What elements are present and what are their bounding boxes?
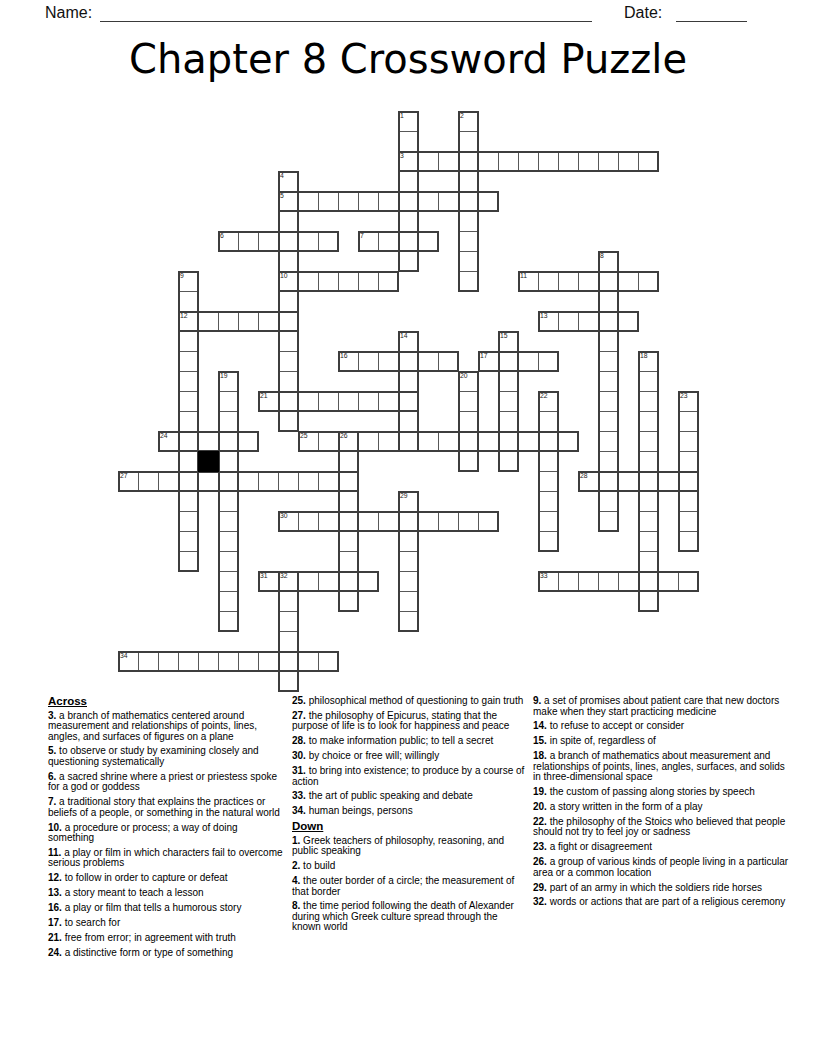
grid-cell[interactable]: [218, 411, 239, 432]
grid-cell[interactable]: [318, 571, 339, 592]
crossword-grid: 3567101112131617212425262728303132333412…: [118, 111, 699, 692]
grid-cell[interactable]: [198, 431, 219, 452]
grid-cell[interactable]: [238, 431, 259, 452]
grid-cell[interactable]: [318, 651, 339, 672]
grid-cell[interactable]: [278, 231, 299, 252]
grid-cell[interactable]: [398, 371, 419, 392]
grid-cell[interactable]: [638, 571, 659, 592]
grid-cell[interactable]: [398, 531, 419, 552]
grid-cell[interactable]: [638, 391, 659, 412]
grid-cell[interactable]: [258, 231, 279, 252]
grid-cell[interactable]: [218, 471, 239, 492]
name-label: Name:: [45, 4, 92, 22]
grid-cell[interactable]: [438, 511, 459, 532]
grid-cell[interactable]: [558, 431, 579, 452]
cell-number: 7: [360, 232, 364, 240]
grid-cell[interactable]: [398, 611, 419, 632]
grid-cell[interactable]: [598, 391, 619, 412]
grid-cell[interactable]: [178, 651, 199, 672]
grid-cell[interactable]: [378, 351, 399, 372]
grid-cell[interactable]: [518, 151, 539, 172]
grid-cell[interactable]: [398, 191, 419, 212]
grid-cell[interactable]: [418, 431, 439, 452]
clue-text: the philosophy of Epicurus, stating that…: [292, 710, 509, 732]
grid-cell[interactable]: [358, 391, 379, 412]
grid-cell[interactable]: [298, 271, 319, 292]
grid-cell[interactable]: [218, 591, 239, 612]
cell-number: 12: [180, 312, 188, 320]
grid-cell[interactable]: [338, 571, 359, 592]
date-input-line[interactable]: [676, 3, 747, 22]
grid-cell[interactable]: [218, 391, 239, 412]
grid-cell[interactable]: [318, 511, 339, 532]
grid-cell[interactable]: [338, 391, 359, 412]
grid-cell[interactable]: [538, 491, 559, 512]
grid-cell[interactable]: [198, 651, 219, 672]
grid-cell[interactable]: 7: [358, 231, 379, 252]
grid-cell[interactable]: [678, 511, 699, 532]
grid-cell[interactable]: [398, 171, 419, 192]
grid-cell[interactable]: [218, 451, 239, 472]
grid-cell[interactable]: [598, 571, 619, 592]
grid-cell[interactable]: [498, 371, 519, 392]
grid-cell[interactable]: 24: [158, 431, 179, 452]
grid-cell[interactable]: [458, 431, 479, 452]
grid-cell[interactable]: [678, 531, 699, 552]
clue-number-label: 15.: [533, 735, 547, 746]
grid-cell[interactable]: [458, 231, 479, 252]
grid-cell[interactable]: [418, 151, 439, 172]
grid-cell[interactable]: [318, 271, 339, 292]
clue-number-label: 24.: [48, 947, 62, 958]
grid-cell[interactable]: [338, 191, 359, 212]
grid-cell[interactable]: 16: [338, 351, 359, 372]
grid-cell[interactable]: [398, 571, 419, 592]
clue-down-19: 19. the custom of passing along stories …: [533, 787, 791, 798]
grid-cell[interactable]: [378, 231, 399, 252]
grid-cell[interactable]: 19: [218, 371, 239, 392]
grid-cell[interactable]: 2: [458, 111, 479, 132]
grid-cell[interactable]: [298, 391, 319, 412]
grid-cell[interactable]: [618, 311, 639, 332]
grid-cell[interactable]: [278, 311, 299, 332]
grid-cell[interactable]: [138, 651, 159, 672]
clue-text: a distinctive form or type of something: [62, 947, 233, 958]
grid-cell[interactable]: [178, 351, 199, 372]
grid-cell[interactable]: [398, 131, 419, 152]
grid-cell[interactable]: [598, 451, 619, 472]
grid-cell[interactable]: [398, 351, 419, 372]
grid-cell[interactable]: [378, 431, 399, 452]
grid-cell[interactable]: 15: [498, 331, 519, 352]
clue-column-2: 25. philosophical method of questioning …: [292, 696, 527, 937]
grid-cell[interactable]: [278, 671, 299, 692]
clue-number-label: 11.: [48, 847, 61, 858]
grid-cell[interactable]: [178, 531, 199, 552]
grid-cell[interactable]: [638, 151, 659, 172]
clue-down-8: 8. the time period following the death o…: [292, 901, 527, 933]
grid-cell[interactable]: [338, 491, 359, 512]
grid-cell[interactable]: [338, 551, 359, 572]
grid-cell[interactable]: [458, 271, 479, 292]
grid-cell[interactable]: [178, 471, 199, 492]
grid-cell[interactable]: [358, 571, 379, 592]
grid-cell[interactable]: [278, 351, 299, 372]
grid-cell[interactable]: 29: [398, 491, 419, 512]
grid-cell[interactable]: [638, 411, 659, 432]
grid-cell[interactable]: [558, 571, 579, 592]
grid-cell[interactable]: [498, 351, 519, 372]
clue-across-33: 33. the art of public speaking and debat…: [292, 791, 527, 802]
grid-cell[interactable]: [598, 311, 619, 332]
clue-number-label: 20.: [533, 801, 547, 812]
grid-cell[interactable]: [638, 471, 659, 492]
grid-cell[interactable]: [338, 471, 359, 492]
grid-cell[interactable]: [158, 471, 179, 492]
grid-cell[interactable]: [618, 151, 639, 172]
grid-cell[interactable]: [458, 131, 479, 152]
grid-cell[interactable]: [218, 491, 239, 512]
grid-cell[interactable]: [678, 571, 699, 592]
grid-cell[interactable]: [358, 271, 379, 292]
grid-cell[interactable]: [438, 431, 459, 452]
grid-cell[interactable]: [298, 231, 319, 252]
grid-cell[interactable]: [358, 511, 379, 532]
grid-cell[interactable]: [538, 431, 559, 452]
grid-cell[interactable]: [438, 191, 459, 212]
grid-cell[interactable]: [538, 471, 559, 492]
grid-cell[interactable]: [218, 431, 239, 452]
grid-cell[interactable]: [298, 471, 319, 492]
grid-cell[interactable]: [638, 271, 659, 292]
grid-cell[interactable]: [538, 151, 559, 172]
grid-cell[interactable]: [398, 231, 419, 252]
grid-cell[interactable]: [638, 551, 659, 572]
grid-cell[interactable]: [398, 391, 419, 412]
grid-cell[interactable]: [618, 271, 639, 292]
grid-cell[interactable]: 26: [338, 431, 359, 452]
grid-cell[interactable]: [158, 651, 179, 672]
grid-cell[interactable]: 1: [398, 111, 419, 132]
cell-number: 14: [400, 332, 408, 340]
grid-cell[interactable]: 31: [258, 571, 279, 592]
grid-cell[interactable]: [558, 271, 579, 292]
grid-cell[interactable]: [278, 411, 299, 432]
grid-cell[interactable]: [538, 511, 559, 532]
grid-cell[interactable]: [458, 411, 479, 432]
cell-number: 34: [120, 652, 128, 660]
clue-down-22: 22. the philosophy of the Stoics who bel…: [533, 817, 791, 838]
clue-across-30: 30. by choice or free will; willingly: [292, 751, 527, 762]
cell-number: 21: [260, 392, 268, 400]
grid-cell[interactable]: [218, 651, 239, 672]
grid-cell[interactable]: [338, 511, 359, 532]
grid-cell[interactable]: [558, 151, 579, 172]
clue-text: a group of various kinds of people livin…: [533, 856, 788, 878]
grid-cell[interactable]: 27: [118, 471, 139, 492]
grid-cell[interactable]: [178, 451, 199, 472]
grid-cell[interactable]: 5: [278, 191, 299, 212]
grid-cell[interactable]: 33: [538, 571, 559, 592]
grid-cell[interactable]: [338, 531, 359, 552]
grid-cell[interactable]: [338, 271, 359, 292]
grid-cell[interactable]: [578, 311, 599, 332]
grid-cell[interactable]: [498, 411, 519, 432]
clue-number-label: 14.: [533, 720, 547, 731]
grid-cell[interactable]: [218, 531, 239, 552]
grid-cell[interactable]: [598, 411, 619, 432]
grid-cell[interactable]: [278, 291, 299, 312]
grid-cell[interactable]: [398, 211, 419, 232]
grid-cell[interactable]: [678, 411, 699, 432]
grid-cell[interactable]: [338, 591, 359, 612]
grid-cell[interactable]: [538, 351, 559, 372]
grid-cell[interactable]: [298, 571, 319, 592]
grid-cell[interactable]: [298, 511, 319, 532]
grid-cell[interactable]: [498, 391, 519, 412]
grid-cell[interactable]: [398, 411, 419, 432]
grid-cell[interactable]: [558, 311, 579, 332]
grid-cell[interactable]: [478, 151, 499, 172]
cell-number: 27: [120, 472, 128, 480]
name-input-line[interactable]: [100, 3, 592, 22]
grid-cell[interactable]: [598, 511, 619, 532]
grid-cell[interactable]: [238, 651, 259, 672]
grid-cell[interactable]: 22: [538, 391, 559, 412]
grid-cell[interactable]: [278, 251, 299, 272]
grid-cell[interactable]: 11: [518, 271, 539, 292]
grid-cell[interactable]: [458, 451, 479, 472]
grid-cell[interactable]: 8: [598, 251, 619, 272]
cell-number: 29: [400, 492, 408, 500]
grid-cell[interactable]: [358, 431, 379, 452]
grid-cell[interactable]: [318, 431, 339, 452]
grid-cell[interactable]: [258, 651, 279, 672]
grid-cell[interactable]: 25: [298, 431, 319, 452]
grid-cell[interactable]: [398, 431, 419, 452]
grid-cell[interactable]: 13: [538, 311, 559, 332]
grid-cell[interactable]: [678, 471, 699, 492]
grid-cell[interactable]: [578, 271, 599, 292]
grid-cell[interactable]: [278, 331, 299, 352]
grid-cell[interactable]: [518, 351, 539, 372]
grid-cell[interactable]: [218, 311, 239, 332]
grid-cell[interactable]: [638, 371, 659, 392]
grid-cell[interactable]: [178, 331, 199, 352]
grid-cell[interactable]: [358, 191, 379, 212]
clue-text: to observe or study by examining closely…: [48, 745, 259, 767]
clue-across-25: 25. philosophical method of questioning …: [292, 696, 527, 707]
grid-cell[interactable]: [238, 471, 259, 492]
clue-number-label: 29.: [533, 882, 547, 893]
grid-cell[interactable]: [398, 251, 419, 272]
grid-cell[interactable]: [598, 371, 619, 392]
grid-cell[interactable]: [418, 351, 439, 372]
grid-cell[interactable]: [458, 251, 479, 272]
grid-cell[interactable]: [538, 271, 559, 292]
grid-cell[interactable]: [538, 531, 559, 552]
grid-cell[interactable]: [398, 511, 419, 532]
grid-cell[interactable]: 30: [278, 511, 299, 532]
grid-cell[interactable]: 14: [398, 331, 419, 352]
clue-text: a play or film in which characters fail …: [48, 847, 283, 869]
grid-cell[interactable]: [298, 651, 319, 672]
grid-cell[interactable]: [638, 511, 659, 532]
grid-cell[interactable]: [398, 551, 419, 572]
grid-cell[interactable]: [638, 451, 659, 472]
grid-cell[interactable]: [598, 291, 619, 312]
grid-cell[interactable]: [178, 391, 199, 412]
grid-cell[interactable]: [458, 511, 479, 532]
grid-cell[interactable]: [578, 571, 599, 592]
grid-cell[interactable]: [278, 651, 299, 672]
cell-number: 32: [280, 572, 288, 580]
grid-cell[interactable]: [378, 391, 399, 412]
grid-cell[interactable]: 3: [398, 151, 419, 172]
grid-cell[interactable]: [218, 551, 239, 572]
grid-cell[interactable]: [658, 471, 679, 492]
grid-cell[interactable]: [678, 451, 699, 472]
grid-cell[interactable]: [358, 351, 379, 372]
grid-cell[interactable]: [278, 591, 299, 612]
grid-cell[interactable]: [478, 191, 499, 212]
grid-cell[interactable]: [458, 391, 479, 412]
grid-cell[interactable]: 28: [578, 471, 599, 492]
grid-cell[interactable]: [258, 311, 279, 332]
grid-cell[interactable]: [598, 351, 619, 372]
clue-text: the philosophy of the Stoics who believe…: [533, 816, 785, 838]
grid-cell[interactable]: [418, 511, 439, 532]
clue-text: to make information public; to tell a se…: [306, 735, 493, 746]
grid-cell[interactable]: [438, 151, 459, 172]
grid-cell[interactable]: [318, 231, 339, 252]
grid-cell[interactable]: 32: [278, 571, 299, 592]
grid-cell[interactable]: [658, 571, 679, 592]
grid-cell[interactable]: [318, 471, 339, 492]
clue-down-20: 20. a story written in the form of a pla…: [533, 802, 791, 813]
grid-cell[interactable]: [598, 431, 619, 452]
grid-cell[interactable]: [618, 571, 639, 592]
grid-cell[interactable]: [418, 191, 439, 212]
grid-cell[interactable]: [678, 491, 699, 512]
grid-cell[interactable]: [178, 511, 199, 532]
clue-down-29: 29. part of an army in which the soldier…: [533, 883, 791, 894]
grid-cell[interactable]: 10: [278, 271, 299, 292]
grid-cell[interactable]: [218, 571, 239, 592]
grid-cell[interactable]: 20: [458, 371, 479, 392]
grid-cell[interactable]: [278, 211, 299, 232]
grid-cell[interactable]: [598, 331, 619, 352]
clue-number-label: 25.: [292, 695, 306, 706]
grid-cell[interactable]: [138, 471, 159, 492]
grid-cell[interactable]: [378, 511, 399, 532]
clue-column-1: Across3. a branch of mathematics centere…: [48, 696, 286, 963]
grid-cell[interactable]: 4: [278, 171, 299, 192]
cell-number: 20: [460, 372, 468, 380]
grid-cell[interactable]: [458, 191, 479, 212]
grid-cell[interactable]: [298, 191, 319, 212]
grid-cell[interactable]: [178, 491, 199, 512]
grid-cell[interactable]: [458, 171, 479, 192]
grid-cell[interactable]: [498, 431, 519, 452]
grid-cell[interactable]: [278, 391, 299, 412]
grid-cell[interactable]: [398, 591, 419, 612]
grid-cell[interactable]: [318, 191, 339, 212]
grid-cell[interactable]: [318, 391, 339, 412]
grid-cell[interactable]: 23: [678, 391, 699, 412]
grid-cell[interactable]: 9: [178, 271, 199, 292]
grid-cell[interactable]: [418, 231, 439, 252]
clue-number-label: 21.: [48, 932, 62, 943]
clue-down-14: 14. to refuse to accept or consider: [533, 721, 791, 732]
grid-cell[interactable]: [378, 271, 399, 292]
grid-cell[interactable]: [638, 591, 659, 612]
grid-cell[interactable]: [198, 471, 219, 492]
grid-cell[interactable]: [598, 271, 619, 292]
grid-cell[interactable]: [178, 411, 199, 432]
grid-cell[interactable]: [598, 471, 619, 492]
grid-cell[interactable]: [338, 451, 359, 472]
grid-cell[interactable]: [278, 371, 299, 392]
cell-number: 30: [280, 512, 288, 520]
grid-cell[interactable]: [218, 611, 239, 632]
grid-cell[interactable]: [478, 431, 499, 452]
cell-number: 24: [160, 432, 168, 440]
clue-text: a branch of mathematics about measuremen…: [533, 750, 785, 782]
grid-cell[interactable]: [458, 211, 479, 232]
grid-cell[interactable]: [178, 371, 199, 392]
grid-cell[interactable]: [278, 611, 299, 632]
grid-cell[interactable]: 17: [478, 351, 499, 372]
grid-cell[interactable]: [178, 551, 199, 572]
grid-cell[interactable]: [538, 411, 559, 432]
grid-cell[interactable]: 6: [218, 231, 239, 252]
grid-cell[interactable]: [238, 311, 259, 332]
grid-cell[interactable]: [518, 431, 539, 452]
grid-cell[interactable]: [198, 311, 219, 332]
grid-cell[interactable]: [498, 451, 519, 472]
grid-cell[interactable]: [638, 491, 659, 512]
grid-cell[interactable]: [178, 431, 199, 452]
grid-cell[interactable]: [538, 451, 559, 472]
cell-number: 17: [480, 352, 488, 360]
grid-cell[interactable]: 21: [258, 391, 279, 412]
grid-cell[interactable]: [638, 531, 659, 552]
grid-cell[interactable]: [618, 471, 639, 492]
clue-across-24: 24. a distinctive form or type of someth…: [48, 948, 286, 959]
grid-cell[interactable]: [178, 291, 199, 312]
grid-cell[interactable]: 18: [638, 351, 659, 372]
grid-cell[interactable]: [218, 511, 239, 532]
grid-cell[interactable]: [638, 431, 659, 452]
grid-cell[interactable]: [438, 351, 459, 372]
grid-cell[interactable]: [458, 151, 479, 172]
grid-cell[interactable]: [598, 151, 619, 172]
grid-cell[interactable]: [238, 231, 259, 252]
grid-cell[interactable]: [278, 471, 299, 492]
grid-cell[interactable]: [258, 471, 279, 492]
grid-cell[interactable]: 34: [118, 651, 139, 672]
grid-cell[interactable]: [578, 151, 599, 172]
grid-cell[interactable]: [278, 631, 299, 652]
grid-cell[interactable]: 12: [178, 311, 199, 332]
grid-cell[interactable]: [678, 431, 699, 452]
grid-cell[interactable]: [478, 511, 499, 532]
grid-cell[interactable]: [378, 191, 399, 212]
grid-cell[interactable]: [598, 491, 619, 512]
clue-text: a traditional story that explains the pr…: [48, 796, 280, 818]
grid-cell[interactable]: [498, 151, 519, 172]
